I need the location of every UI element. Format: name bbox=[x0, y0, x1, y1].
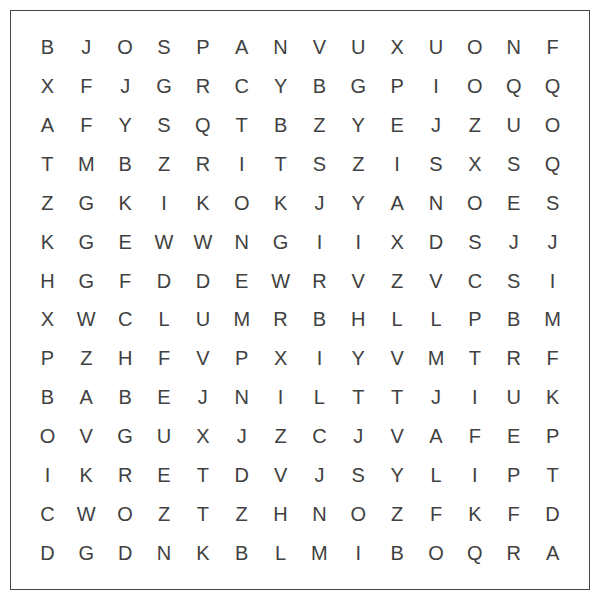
grid-cell-r1c6[interactable]: A bbox=[222, 28, 261, 67]
grid-cell-r2c7[interactable]: Y bbox=[261, 67, 300, 106]
grid-cell-r13c4[interactable]: Z bbox=[145, 494, 184, 533]
grid-cell-r2c6[interactable]: C bbox=[222, 67, 261, 106]
grid-cell-r11c1[interactable]: O bbox=[28, 417, 67, 456]
grid-cell-r12c9[interactable]: S bbox=[339, 455, 378, 494]
grid-cell-r9c3[interactable]: H bbox=[106, 339, 145, 378]
grid-cell-r7c5[interactable]: D bbox=[183, 261, 222, 300]
grid-cell-r14c7[interactable]: L bbox=[261, 533, 300, 572]
grid-cell-r2c1[interactable]: X bbox=[28, 67, 67, 106]
grid-cell-r9c2[interactable]: Z bbox=[67, 339, 106, 378]
grid-cell-r8c12[interactable]: P bbox=[455, 300, 494, 339]
grid-cell-r5c2[interactable]: G bbox=[67, 183, 106, 222]
grid-cell-r14c6[interactable]: B bbox=[222, 533, 261, 572]
grid-cell-r2c4[interactable]: G bbox=[145, 67, 184, 106]
grid-cell-r3c9[interactable]: Y bbox=[339, 106, 378, 145]
grid-cell-r8c4[interactable]: L bbox=[145, 300, 184, 339]
grid-cell-r6c5[interactable]: W bbox=[183, 222, 222, 261]
grid-cell-r11c6[interactable]: J bbox=[222, 417, 261, 456]
grid-cell-r11c2[interactable]: V bbox=[67, 417, 106, 456]
grid-cell-r7c4[interactable]: D bbox=[145, 261, 184, 300]
grid-cell-r3c11[interactable]: J bbox=[417, 106, 456, 145]
grid-cell-r9c8[interactable]: I bbox=[300, 339, 339, 378]
grid-cell-r2c9[interactable]: G bbox=[339, 67, 378, 106]
grid-cell-r7c10[interactable]: Z bbox=[378, 261, 417, 300]
grid-cell-r13c6[interactable]: Z bbox=[222, 494, 261, 533]
grid-cell-r6c13[interactable]: J bbox=[494, 222, 533, 261]
grid-cell-r1c2[interactable]: J bbox=[67, 28, 106, 67]
grid-cell-r10c6[interactable]: N bbox=[222, 378, 261, 417]
grid-cell-r6c12[interactable]: S bbox=[455, 222, 494, 261]
grid-cell-r8c9[interactable]: H bbox=[339, 300, 378, 339]
grid-cell-r3c3[interactable]: Y bbox=[106, 106, 145, 145]
grid-cell-r14c9[interactable]: I bbox=[339, 533, 378, 572]
grid-cell-r10c7[interactable]: I bbox=[261, 378, 300, 417]
grid-cell-r9c14[interactable]: F bbox=[533, 339, 572, 378]
grid-cell-r6c8[interactable]: I bbox=[300, 222, 339, 261]
grid-cell-r6c7[interactable]: G bbox=[261, 222, 300, 261]
grid-cell-r11c5[interactable]: X bbox=[183, 417, 222, 456]
grid-cell-r5c4[interactable]: I bbox=[145, 183, 184, 222]
grid-cell-r2c8[interactable]: B bbox=[300, 67, 339, 106]
grid-cell-r1c3[interactable]: O bbox=[106, 28, 145, 67]
grid-cell-r1c13[interactable]: N bbox=[494, 28, 533, 67]
grid-cell-r2c10[interactable]: P bbox=[378, 67, 417, 106]
grid-cell-r8c5[interactable]: U bbox=[183, 300, 222, 339]
grid-cell-r14c3[interactable]: D bbox=[106, 533, 145, 572]
grid-cell-r12c7[interactable]: V bbox=[261, 455, 300, 494]
grid-cell-r5c9[interactable]: Y bbox=[339, 183, 378, 222]
grid-cell-r2c2[interactable]: F bbox=[67, 67, 106, 106]
grid-cell-r9c10[interactable]: V bbox=[378, 339, 417, 378]
grid-cell-r2c14[interactable]: Q bbox=[533, 67, 572, 106]
grid-cell-r2c11[interactable]: I bbox=[417, 67, 456, 106]
grid-cell-r9c11[interactable]: M bbox=[417, 339, 456, 378]
word-search-board: BJOSPANVUXUONFXFJGRCYBGPIOQQAFYSQTBZYEJZ… bbox=[10, 10, 590, 590]
grid-cell-r4c9[interactable]: Z bbox=[339, 145, 378, 184]
grid-cell-r7c13[interactable]: S bbox=[494, 261, 533, 300]
grid-cell-r9c1[interactable]: P bbox=[28, 339, 67, 378]
grid-cell-r8c3[interactable]: C bbox=[106, 300, 145, 339]
grid-cell-r6c10[interactable]: X bbox=[378, 222, 417, 261]
grid-cell-r1c14[interactable]: F bbox=[533, 28, 572, 67]
grid-cell-r1c5[interactable]: P bbox=[183, 28, 222, 67]
grid-cell-r14c10[interactable]: B bbox=[378, 533, 417, 572]
grid-cell-r6c6[interactable]: N bbox=[222, 222, 261, 261]
grid-cell-r3c10[interactable]: E bbox=[378, 106, 417, 145]
grid-cell-r11c10[interactable]: V bbox=[378, 417, 417, 456]
grid-cell-r7c1[interactable]: H bbox=[28, 261, 67, 300]
grid-cell-r4c8[interactable]: S bbox=[300, 145, 339, 184]
grid-cell-r3c4[interactable]: S bbox=[145, 106, 184, 145]
grid-cell-r5c8[interactable]: J bbox=[300, 183, 339, 222]
grid-cell-r4c7[interactable]: T bbox=[261, 145, 300, 184]
grid-cell-r7c8[interactable]: R bbox=[300, 261, 339, 300]
grid-cell-r2c12[interactable]: O bbox=[455, 67, 494, 106]
grid-cell-r4c1[interactable]: T bbox=[28, 145, 67, 184]
grid-cell-r4c14[interactable]: Q bbox=[533, 145, 572, 184]
grid-cell-r9c4[interactable]: F bbox=[145, 339, 184, 378]
grid-cell-r14c8[interactable]: M bbox=[300, 533, 339, 572]
grid-cell-r13c3[interactable]: O bbox=[106, 494, 145, 533]
grid-cell-r7c7[interactable]: W bbox=[261, 261, 300, 300]
grid-cell-r12c2[interactable]: K bbox=[67, 455, 106, 494]
grid-cell-r4c10[interactable]: I bbox=[378, 145, 417, 184]
grid-cell-r10c8[interactable]: L bbox=[300, 378, 339, 417]
grid-cell-r1c9[interactable]: U bbox=[339, 28, 378, 67]
grid-cell-r4c6[interactable]: I bbox=[222, 145, 261, 184]
grid-cell-r13c2[interactable]: W bbox=[67, 494, 106, 533]
grid-cell-r5c12[interactable]: O bbox=[455, 183, 494, 222]
grid-cell-r4c2[interactable]: M bbox=[67, 145, 106, 184]
grid-cell-r8c10[interactable]: L bbox=[378, 300, 417, 339]
grid-cell-r3c14[interactable]: O bbox=[533, 106, 572, 145]
grid-cell-r5c13[interactable]: E bbox=[494, 183, 533, 222]
grid-cell-r14c1[interactable]: D bbox=[28, 533, 67, 572]
grid-cell-r11c4[interactable]: U bbox=[145, 417, 184, 456]
grid-cell-r3c2[interactable]: F bbox=[67, 106, 106, 145]
grid-cell-r6c2[interactable]: G bbox=[67, 222, 106, 261]
grid-cell-r4c5[interactable]: R bbox=[183, 145, 222, 184]
grid-cell-r4c11[interactable]: S bbox=[417, 145, 456, 184]
grid-cell-r12c12[interactable]: I bbox=[455, 455, 494, 494]
grid-cell-r12c6[interactable]: D bbox=[222, 455, 261, 494]
grid-cell-r13c12[interactable]: K bbox=[455, 494, 494, 533]
grid-cell-r13c8[interactable]: N bbox=[300, 494, 339, 533]
grid-cell-r10c4[interactable]: E bbox=[145, 378, 184, 417]
grid-cell-r6c3[interactable]: E bbox=[106, 222, 145, 261]
grid-cell-r3c6[interactable]: T bbox=[222, 106, 261, 145]
grid-cell-r14c14[interactable]: A bbox=[533, 533, 572, 572]
grid-cell-r14c11[interactable]: O bbox=[417, 533, 456, 572]
grid-cell-r14c12[interactable]: Q bbox=[455, 533, 494, 572]
grid-cell-r11c11[interactable]: A bbox=[417, 417, 456, 456]
grid-cell-r3c5[interactable]: Q bbox=[183, 106, 222, 145]
grid-cell-r7c14[interactable]: I bbox=[533, 261, 572, 300]
grid-cell-r13c9[interactable]: O bbox=[339, 494, 378, 533]
grid-cell-r13c7[interactable]: H bbox=[261, 494, 300, 533]
grid-cell-r10c14[interactable]: K bbox=[533, 378, 572, 417]
grid-cell-r3c12[interactable]: Z bbox=[455, 106, 494, 145]
grid-cell-r7c9[interactable]: V bbox=[339, 261, 378, 300]
grid-cell-r10c2[interactable]: A bbox=[67, 378, 106, 417]
grid-cell-r9c9[interactable]: Y bbox=[339, 339, 378, 378]
grid-cell-r10c9[interactable]: T bbox=[339, 378, 378, 417]
grid-cell-r6c11[interactable]: D bbox=[417, 222, 456, 261]
grid-cell-r10c10[interactable]: T bbox=[378, 378, 417, 417]
grid-cell-r7c11[interactable]: V bbox=[417, 261, 456, 300]
grid-cell-r11c3[interactable]: G bbox=[106, 417, 145, 456]
grid-cell-r4c4[interactable]: Z bbox=[145, 145, 184, 184]
grid-cell-r12c4[interactable]: E bbox=[145, 455, 184, 494]
grid-cell-r9c7[interactable]: X bbox=[261, 339, 300, 378]
grid-cell-r12c1[interactable]: I bbox=[28, 455, 67, 494]
grid-cell-r3c7[interactable]: B bbox=[261, 106, 300, 145]
grid-cell-r3c1[interactable]: A bbox=[28, 106, 67, 145]
grid-cell-r10c1[interactable]: B bbox=[28, 378, 67, 417]
grid-cell-r4c3[interactable]: B bbox=[106, 145, 145, 184]
grid-cell-r13c11[interactable]: F bbox=[417, 494, 456, 533]
grid-cell-r1c7[interactable]: N bbox=[261, 28, 300, 67]
grid-cell-r6c4[interactable]: W bbox=[145, 222, 184, 261]
grid-cell-r1c10[interactable]: X bbox=[378, 28, 417, 67]
grid-cell-r12c14[interactable]: T bbox=[533, 455, 572, 494]
grid-cell-r11c9[interactable]: J bbox=[339, 417, 378, 456]
grid-cell-r8c8[interactable]: B bbox=[300, 300, 339, 339]
grid-cell-r1c12[interactable]: O bbox=[455, 28, 494, 67]
grid-cell-r14c2[interactable]: G bbox=[67, 533, 106, 572]
grid-cell-r2c5[interactable]: R bbox=[183, 67, 222, 106]
grid-cell-r11c12[interactable]: F bbox=[455, 417, 494, 456]
grid-cell-r13c5[interactable]: T bbox=[183, 494, 222, 533]
grid-cell-r1c11[interactable]: U bbox=[417, 28, 456, 67]
grid-cell-r11c14[interactable]: P bbox=[533, 417, 572, 456]
grid-cell-r8c2[interactable]: W bbox=[67, 300, 106, 339]
grid-cell-r14c5[interactable]: K bbox=[183, 533, 222, 572]
grid-cell-r1c8[interactable]: V bbox=[300, 28, 339, 67]
grid-cell-r13c13[interactable]: F bbox=[494, 494, 533, 533]
grid-cell-r10c11[interactable]: J bbox=[417, 378, 456, 417]
grid-cell-r8c13[interactable]: B bbox=[494, 300, 533, 339]
grid-cell-r4c13[interactable]: S bbox=[494, 145, 533, 184]
grid-cell-r5c7[interactable]: K bbox=[261, 183, 300, 222]
grid-cell-r8c1[interactable]: X bbox=[28, 300, 67, 339]
grid-cell-r13c1[interactable]: C bbox=[28, 494, 67, 533]
grid-cell-r8c6[interactable]: M bbox=[222, 300, 261, 339]
grid-cell-r5c14[interactable]: S bbox=[533, 183, 572, 222]
grid-cell-r5c11[interactable]: N bbox=[417, 183, 456, 222]
grid-cell-r5c5[interactable]: K bbox=[183, 183, 222, 222]
grid-cell-r8c7[interactable]: R bbox=[261, 300, 300, 339]
grid-cell-r12c10[interactable]: Y bbox=[378, 455, 417, 494]
grid-cell-r12c8[interactable]: J bbox=[300, 455, 339, 494]
grid-cell-r7c3[interactable]: F bbox=[106, 261, 145, 300]
grid-cell-r14c4[interactable]: N bbox=[145, 533, 184, 572]
grid-cell-r5c1[interactable]: Z bbox=[28, 183, 67, 222]
grid-cell-r8c14[interactable]: M bbox=[533, 300, 572, 339]
letter-grid: BJOSPANVUXUONFXFJGRCYBGPIOQQAFYSQTBZYEJZ… bbox=[11, 11, 589, 589]
grid-cell-r11c8[interactable]: C bbox=[300, 417, 339, 456]
grid-cell-r12c13[interactable]: P bbox=[494, 455, 533, 494]
grid-cell-r1c4[interactable]: S bbox=[145, 28, 184, 67]
grid-cell-r7c12[interactable]: C bbox=[455, 261, 494, 300]
grid-cell-r11c13[interactable]: E bbox=[494, 417, 533, 456]
grid-cell-r8c11[interactable]: L bbox=[417, 300, 456, 339]
grid-cell-r12c3[interactable]: R bbox=[106, 455, 145, 494]
grid-cell-r6c1[interactable]: K bbox=[28, 222, 67, 261]
grid-cell-r10c13[interactable]: U bbox=[494, 378, 533, 417]
grid-cell-r6c9[interactable]: I bbox=[339, 222, 378, 261]
grid-cell-r14c13[interactable]: R bbox=[494, 533, 533, 572]
grid-cell-r12c5[interactable]: T bbox=[183, 455, 222, 494]
grid-cell-r4c12[interactable]: X bbox=[455, 145, 494, 184]
grid-cell-r6c14[interactable]: J bbox=[533, 222, 572, 261]
grid-cell-r9c13[interactable]: R bbox=[494, 339, 533, 378]
grid-cell-r9c5[interactable]: V bbox=[183, 339, 222, 378]
grid-cell-r2c3[interactable]: J bbox=[106, 67, 145, 106]
grid-cell-r7c2[interactable]: G bbox=[67, 261, 106, 300]
grid-cell-r3c8[interactable]: Z bbox=[300, 106, 339, 145]
grid-cell-r11c7[interactable]: Z bbox=[261, 417, 300, 456]
grid-cell-r5c3[interactable]: K bbox=[106, 183, 145, 222]
grid-cell-r13c10[interactable]: Z bbox=[378, 494, 417, 533]
grid-cell-r10c3[interactable]: B bbox=[106, 378, 145, 417]
grid-cell-r10c12[interactable]: I bbox=[455, 378, 494, 417]
grid-cell-r7c6[interactable]: E bbox=[222, 261, 261, 300]
grid-cell-r1c1[interactable]: B bbox=[28, 28, 67, 67]
grid-cell-r9c6[interactable]: P bbox=[222, 339, 261, 378]
grid-cell-r5c6[interactable]: O bbox=[222, 183, 261, 222]
grid-cell-r5c10[interactable]: A bbox=[378, 183, 417, 222]
grid-cell-r10c5[interactable]: J bbox=[183, 378, 222, 417]
grid-cell-r13c14[interactable]: D bbox=[533, 494, 572, 533]
grid-cell-r2c13[interactable]: Q bbox=[494, 67, 533, 106]
grid-cell-r3c13[interactable]: U bbox=[494, 106, 533, 145]
grid-cell-r9c12[interactable]: T bbox=[455, 339, 494, 378]
grid-cell-r12c11[interactable]: L bbox=[417, 455, 456, 494]
